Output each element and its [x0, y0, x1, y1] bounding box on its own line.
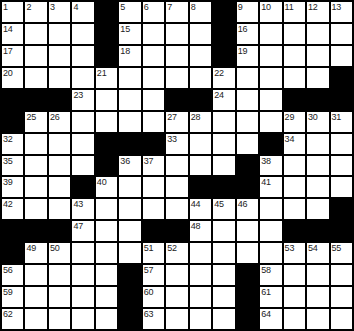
cell-r8c13[interactable]: [284, 156, 305, 176]
clue-number-9: 9: [238, 2, 243, 12]
black-square-r4c15: [331, 68, 352, 88]
black-square-r14c6: [119, 287, 140, 307]
cell-r8c12[interactable]: 38: [260, 156, 281, 176]
clue-number-12: 12: [308, 2, 318, 12]
cell-r13c10[interactable]: [213, 265, 234, 285]
cell-r1c15[interactable]: 13: [331, 2, 352, 22]
cell-r15c3[interactable]: [49, 309, 70, 329]
black-square-r11c3: [49, 221, 70, 241]
cell-r2c11[interactable]: 16: [237, 24, 258, 44]
cell-r12c9[interactable]: [190, 243, 211, 263]
clue-number-50: 50: [50, 243, 60, 253]
cell-r9c3[interactable]: [49, 177, 70, 197]
cell-r6c6[interactable]: [119, 112, 140, 132]
clue-number-5: 5: [120, 2, 125, 12]
black-square-r15c6: [119, 309, 140, 329]
cell-r4c10[interactable]: 22: [213, 68, 234, 88]
cell-r1c11[interactable]: 9: [237, 2, 258, 22]
black-square-r7c5: [96, 134, 117, 154]
clue-number-34: 34: [285, 134, 295, 144]
clue-number-32: 32: [3, 134, 13, 144]
black-square-r8c11: [237, 156, 258, 176]
cell-r1c13[interactable]: 11: [284, 2, 305, 22]
cell-r2c13[interactable]: [284, 24, 305, 44]
clue-number-3: 3: [50, 2, 55, 12]
clue-number-15: 15: [120, 24, 130, 34]
cell-r14c5[interactable]: [96, 287, 117, 307]
cell-r9c12[interactable]: 41: [260, 177, 281, 197]
cell-r13c7[interactable]: 57: [143, 265, 164, 285]
black-square-r11c13: [284, 221, 305, 241]
cell-r6c15[interactable]: 31: [331, 112, 352, 132]
black-square-r11c14: [307, 221, 328, 241]
cell-r2c1[interactable]: 14: [2, 24, 23, 44]
cell-r3c9[interactable]: [190, 46, 211, 66]
cell-r9c2[interactable]: [25, 177, 46, 197]
cell-r4c7[interactable]: [143, 68, 164, 88]
clue-number-8: 8: [191, 2, 196, 12]
cell-r10c5[interactable]: [96, 199, 117, 219]
cell-r7c13[interactable]: 34: [284, 134, 305, 154]
cell-r9c14[interactable]: [307, 177, 328, 197]
cell-r1c8[interactable]: 7: [166, 2, 187, 22]
cell-r8c2[interactable]: [25, 156, 46, 176]
cell-r3c15[interactable]: [331, 46, 352, 66]
cell-r7c11[interactable]: [237, 134, 258, 154]
cell-r8c7[interactable]: 37: [143, 156, 164, 176]
clue-number-14: 14: [3, 24, 13, 34]
cell-r11c10[interactable]: [213, 221, 234, 241]
black-square-r5c13: [284, 90, 305, 110]
clue-number-59: 59: [3, 287, 13, 297]
cell-r4c2[interactable]: [25, 68, 46, 88]
clue-number-23: 23: [73, 90, 83, 100]
cell-r2c6[interactable]: 15: [119, 24, 140, 44]
cell-r14c10[interactable]: [213, 287, 234, 307]
cell-r3c11[interactable]: 19: [237, 46, 258, 66]
cell-r8c4[interactable]: [72, 156, 93, 176]
cell-r4c3[interactable]: [49, 68, 70, 88]
clue-number-47: 47: [73, 221, 83, 231]
cell-r15c14[interactable]: [307, 309, 328, 329]
cell-r10c4[interactable]: 43: [72, 199, 93, 219]
black-square-r12c1: [2, 243, 23, 263]
cell-r4c1[interactable]: 20: [2, 68, 23, 88]
cell-r13c12[interactable]: 58: [260, 265, 281, 285]
cell-r15c12[interactable]: 64: [260, 309, 281, 329]
cell-r12c15[interactable]: 55: [331, 243, 352, 263]
cell-r12c7[interactable]: 51: [143, 243, 164, 263]
cell-r8c10[interactable]: [213, 156, 234, 176]
cell-r12c8[interactable]: 52: [166, 243, 187, 263]
cell-r15c4[interactable]: [72, 309, 93, 329]
cell-r7c4[interactable]: [72, 134, 93, 154]
cell-r13c2[interactable]: [25, 265, 46, 285]
black-square-r11c1: [2, 221, 23, 241]
cell-r6c4[interactable]: [72, 112, 93, 132]
cell-r2c12[interactable]: [260, 24, 281, 44]
clue-number-55: 55: [332, 243, 342, 253]
clue-number-52: 52: [167, 243, 177, 253]
cell-r14c3[interactable]: [49, 287, 70, 307]
cell-r4c8[interactable]: [166, 68, 187, 88]
clue-number-4: 4: [73, 2, 78, 12]
cell-r14c15[interactable]: [331, 287, 352, 307]
clue-number-56: 56: [3, 265, 13, 275]
clue-number-49: 49: [26, 243, 36, 253]
cell-r14c7[interactable]: 60: [143, 287, 164, 307]
cell-r9c6[interactable]: [119, 177, 140, 197]
cell-r3c12[interactable]: [260, 46, 281, 66]
black-square-r2c10: [213, 24, 234, 44]
black-square-r9c11: [237, 177, 258, 197]
cell-r12c3[interactable]: 50: [49, 243, 70, 263]
black-square-r5c15: [331, 90, 352, 110]
cell-r8c6[interactable]: 36: [119, 156, 140, 176]
cell-r3c3[interactable]: [49, 46, 70, 66]
cell-r10c11[interactable]: 46: [237, 199, 258, 219]
cell-r12c14[interactable]: 54: [307, 243, 328, 263]
cell-r6c12[interactable]: [260, 112, 281, 132]
black-square-r5c1: [2, 90, 23, 110]
cell-r2c2[interactable]: [25, 24, 46, 44]
cell-r1c6[interactable]: 5: [119, 2, 140, 22]
black-square-r1c5: [96, 2, 117, 22]
cell-r8c14[interactable]: [307, 156, 328, 176]
cell-r4c9[interactable]: [190, 68, 211, 88]
cell-r9c8[interactable]: [166, 177, 187, 197]
clue-number-42: 42: [3, 199, 13, 209]
clue-number-53: 53: [285, 243, 295, 253]
cell-r12c13[interactable]: 53: [284, 243, 305, 263]
clue-number-17: 17: [3, 46, 13, 56]
cell-r9c5[interactable]: 40: [96, 177, 117, 197]
cell-r15c2[interactable]: [25, 309, 46, 329]
black-square-r3c10: [213, 46, 234, 66]
cell-r4c13[interactable]: [284, 68, 305, 88]
cell-r6c10[interactable]: [213, 112, 234, 132]
cell-r10c10[interactable]: 45: [213, 199, 234, 219]
cell-r6c7[interactable]: [143, 112, 164, 132]
cell-r5c6[interactable]: [119, 90, 140, 110]
cell-r4c4[interactable]: [72, 68, 93, 88]
cell-r1c2[interactable]: 2: [25, 2, 46, 22]
clue-number-27: 27: [167, 112, 177, 122]
black-square-r13c11: [237, 265, 258, 285]
cell-r8c8[interactable]: [166, 156, 187, 176]
black-square-r14c11: [237, 287, 258, 307]
cell-r14c12[interactable]: 61: [260, 287, 281, 307]
cell-r1c9[interactable]: 8: [190, 2, 211, 22]
clue-number-45: 45: [214, 199, 224, 209]
cell-r13c4[interactable]: [72, 265, 93, 285]
cell-r15c10[interactable]: [213, 309, 234, 329]
cell-r6c13[interactable]: 29: [284, 112, 305, 132]
cell-r13c14[interactable]: [307, 265, 328, 285]
clue-number-25: 25: [26, 112, 36, 122]
cell-r9c7[interactable]: [143, 177, 164, 197]
cell-r1c14[interactable]: 12: [307, 2, 328, 22]
black-square-r7c6: [119, 134, 140, 154]
clue-number-6: 6: [144, 2, 149, 12]
black-square-r11c15: [331, 221, 352, 241]
cell-r15c5[interactable]: [96, 309, 117, 329]
cell-r13c3[interactable]: [49, 265, 70, 285]
cell-r12c4[interactable]: [72, 243, 93, 263]
cell-r15c7[interactable]: 63: [143, 309, 164, 329]
cell-r7c3[interactable]: [49, 134, 70, 154]
black-square-r11c8: [166, 221, 187, 241]
clue-number-37: 37: [144, 156, 154, 166]
clue-number-51: 51: [144, 243, 154, 253]
clue-number-41: 41: [261, 177, 271, 187]
cell-r7c1[interactable]: 32: [2, 134, 23, 154]
cell-r5c11[interactable]: [237, 90, 258, 110]
cell-r8c1[interactable]: 35: [2, 156, 23, 176]
black-square-r5c14: [307, 90, 328, 110]
cell-r2c7[interactable]: [143, 24, 164, 44]
black-square-r5c3: [49, 90, 70, 110]
cell-r15c1[interactable]: 62: [2, 309, 23, 329]
clue-number-29: 29: [285, 112, 295, 122]
cell-r13c5[interactable]: [96, 265, 117, 285]
cell-r8c9[interactable]: [190, 156, 211, 176]
cell-r10c14[interactable]: [307, 199, 328, 219]
cell-r5c12[interactable]: [260, 90, 281, 110]
cell-r13c15[interactable]: [331, 265, 352, 285]
cell-r4c11[interactable]: [237, 68, 258, 88]
cell-r14c9[interactable]: [190, 287, 211, 307]
clue-number-63: 63: [144, 309, 154, 319]
black-square-r7c12: [260, 134, 281, 154]
cell-r9c1[interactable]: 39: [2, 177, 23, 197]
cell-r6c3[interactable]: 26: [49, 112, 70, 132]
cell-r3c14[interactable]: [307, 46, 328, 66]
cell-r4c12[interactable]: [260, 68, 281, 88]
clue-number-20: 20: [3, 68, 13, 78]
cell-r6c8[interactable]: 27: [166, 112, 187, 132]
black-square-r11c7: [143, 221, 164, 241]
clue-number-2: 2: [26, 2, 31, 12]
cell-r15c15[interactable]: [331, 309, 352, 329]
black-square-r15c11: [237, 309, 258, 329]
cell-r10c1[interactable]: 42: [2, 199, 23, 219]
clue-number-22: 22: [214, 68, 224, 78]
clue-number-7: 7: [167, 2, 172, 12]
cell-r7c8[interactable]: 33: [166, 134, 187, 154]
clue-number-30: 30: [308, 112, 318, 122]
cell-r13c13[interactable]: [284, 265, 305, 285]
black-square-r9c4: [72, 177, 93, 197]
cell-r6c14[interactable]: 30: [307, 112, 328, 132]
cell-r1c7[interactable]: 6: [143, 2, 164, 22]
cell-r12c11[interactable]: [237, 243, 258, 263]
clue-number-28: 28: [191, 112, 201, 122]
clue-number-26: 26: [50, 112, 60, 122]
clue-number-10: 10: [261, 2, 271, 12]
cell-r11c11[interactable]: [237, 221, 258, 241]
black-square-r5c9: [190, 90, 211, 110]
cell-r6c2[interactable]: 25: [25, 112, 46, 132]
clue-number-31: 31: [332, 112, 342, 122]
cell-r12c10[interactable]: [213, 243, 234, 263]
cell-r8c15[interactable]: [331, 156, 352, 176]
cell-r12c6[interactable]: [119, 243, 140, 263]
cell-r2c15[interactable]: [331, 24, 352, 44]
cell-r10c6[interactable]: [119, 199, 140, 219]
cell-r8c3[interactable]: [49, 156, 70, 176]
cell-r2c8[interactable]: [166, 24, 187, 44]
clue-number-57: 57: [144, 265, 154, 275]
cell-r4c5[interactable]: 21: [96, 68, 117, 88]
cell-r3c2[interactable]: [25, 46, 46, 66]
cell-r7c9[interactable]: [190, 134, 211, 154]
clue-number-40: 40: [97, 177, 107, 187]
clue-number-64: 64: [261, 309, 271, 319]
cell-r1c1[interactable]: 1: [2, 2, 23, 22]
black-square-r8c5: [96, 156, 117, 176]
clue-number-38: 38: [261, 156, 271, 166]
clue-number-18: 18: [120, 46, 130, 56]
cell-r14c2[interactable]: [25, 287, 46, 307]
clue-number-36: 36: [120, 156, 130, 166]
cell-r7c14[interactable]: [307, 134, 328, 154]
cell-r2c14[interactable]: [307, 24, 328, 44]
clue-number-43: 43: [73, 199, 83, 209]
cell-r14c8[interactable]: [166, 287, 187, 307]
black-square-r2c5: [96, 24, 117, 44]
cell-r15c13[interactable]: [284, 309, 305, 329]
black-square-r5c8: [166, 90, 187, 110]
black-square-r13c6: [119, 265, 140, 285]
cell-r13c9[interactable]: [190, 265, 211, 285]
cell-r14c13[interactable]: [284, 287, 305, 307]
cell-r10c12[interactable]: [260, 199, 281, 219]
clue-number-33: 33: [167, 134, 177, 144]
cell-r3c13[interactable]: [284, 46, 305, 66]
cell-r10c2[interactable]: [25, 199, 46, 219]
cell-r3c8[interactable]: [166, 46, 187, 66]
clue-number-54: 54: [308, 243, 318, 253]
clue-number-35: 35: [3, 156, 13, 166]
clue-number-46: 46: [238, 199, 248, 209]
cell-r1c3[interactable]: 3: [49, 2, 70, 22]
cell-r6c9[interactable]: 28: [190, 112, 211, 132]
cell-r5c7[interactable]: [143, 90, 164, 110]
clue-number-21: 21: [97, 68, 107, 78]
clue-number-39: 39: [3, 177, 13, 187]
black-square-r7c7: [143, 134, 164, 154]
crossword-grid: 1234567891011121314151617181920212223242…: [0, 0, 354, 331]
clue-number-61: 61: [261, 287, 271, 297]
cell-r11c5[interactable]: [96, 221, 117, 241]
cell-r7c2[interactable]: [25, 134, 46, 154]
cell-r13c1[interactable]: 56: [2, 265, 23, 285]
cell-r14c1[interactable]: 59: [2, 287, 23, 307]
black-square-r9c10: [213, 177, 234, 197]
cell-r1c4[interactable]: 4: [72, 2, 93, 22]
cell-r10c3[interactable]: [49, 199, 70, 219]
cell-r3c1[interactable]: 17: [2, 46, 23, 66]
cell-r3c6[interactable]: 18: [119, 46, 140, 66]
cell-r11c6[interactable]: [119, 221, 140, 241]
black-square-r10c15: [331, 199, 352, 219]
clue-number-62: 62: [3, 309, 13, 319]
cell-r10c7[interactable]: [143, 199, 164, 219]
cell-r14c14[interactable]: [307, 287, 328, 307]
cell-r5c5[interactable]: [96, 90, 117, 110]
cell-r15c8[interactable]: [166, 309, 187, 329]
cell-r10c8[interactable]: [166, 199, 187, 219]
cell-r3c4[interactable]: [72, 46, 93, 66]
cell-r10c9[interactable]: 44: [190, 199, 211, 219]
clue-number-58: 58: [261, 265, 271, 275]
cell-r2c9[interactable]: [190, 24, 211, 44]
cell-r11c12[interactable]: [260, 221, 281, 241]
cell-r4c6[interactable]: [119, 68, 140, 88]
clue-number-11: 11: [285, 2, 294, 12]
cell-r2c3[interactable]: [49, 24, 70, 44]
black-square-r1c10: [213, 2, 234, 22]
cell-r14c4[interactable]: [72, 287, 93, 307]
cell-r6c5[interactable]: [96, 112, 117, 132]
cell-r7c10[interactable]: [213, 134, 234, 154]
cell-r10c13[interactable]: [284, 199, 305, 219]
cell-r5c10[interactable]: 24: [213, 90, 234, 110]
cell-r9c15[interactable]: [331, 177, 352, 197]
cell-r15c9[interactable]: [190, 309, 211, 329]
cell-r2c4[interactable]: [72, 24, 93, 44]
black-square-r3c5: [96, 46, 117, 66]
clue-number-44: 44: [191, 199, 201, 209]
cell-r3c7[interactable]: [143, 46, 164, 66]
cell-r6c11[interactable]: [237, 112, 258, 132]
clue-number-48: 48: [191, 221, 201, 231]
clue-number-16: 16: [238, 24, 248, 34]
cell-r13c8[interactable]: [166, 265, 187, 285]
cell-r5c4[interactable]: 23: [72, 90, 93, 110]
clue-number-24: 24: [214, 90, 224, 100]
clue-number-60: 60: [144, 287, 154, 297]
black-square-r9c9: [190, 177, 211, 197]
cell-r4c14[interactable]: [307, 68, 328, 88]
clue-number-1: 1: [3, 2, 8, 12]
cell-r11c9[interactable]: 48: [190, 221, 211, 241]
cell-r9c13[interactable]: [284, 177, 305, 197]
black-square-r6c1: [2, 112, 23, 132]
cell-r7c15[interactable]: [331, 134, 352, 154]
cell-r1c12[interactable]: 10: [260, 2, 281, 22]
cell-r12c12[interactable]: [260, 243, 281, 263]
black-square-r11c2: [25, 221, 46, 241]
clue-number-13: 13: [332, 2, 342, 12]
black-square-r5c2: [25, 90, 46, 110]
cell-r11c4[interactable]: 47: [72, 221, 93, 241]
cell-r12c5[interactable]: [96, 243, 117, 263]
clue-number-19: 19: [238, 46, 248, 56]
cell-r12c2[interactable]: 49: [25, 243, 46, 263]
